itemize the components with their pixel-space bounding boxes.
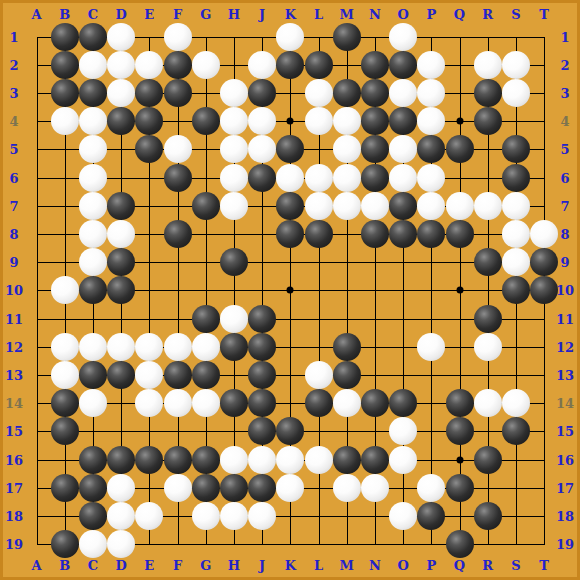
stone-white-l13[interactable] [305,361,333,389]
stone-black-q15[interactable] [446,417,474,445]
stone-white-b4[interactable] [51,107,79,135]
stone-white-d19[interactable] [107,530,135,558]
stone-white-e18[interactable] [135,502,163,530]
stone-white-d17[interactable] [107,474,135,502]
stone-white-m17[interactable] [333,474,361,502]
stone-black-n5[interactable] [361,135,389,163]
row-label-right-19: 19 [556,538,574,551]
stone-white-o3[interactable] [389,79,417,107]
stone-black-b1[interactable] [51,23,79,51]
stone-white-h4[interactable] [220,107,248,135]
col-label-top-N: N [369,8,381,21]
stone-black-g13[interactable] [192,361,220,389]
col-label-bottom-S: S [511,559,520,572]
row-label-right-14: 14 [556,397,574,410]
stone-black-c1[interactable] [79,23,107,51]
row-label-left-16: 16 [5,453,23,466]
stone-white-k16[interactable] [276,446,304,474]
go-board-screen: AA11BB22CC33DD44EE55FF66GG77HH88JJ99KK10… [0,0,580,580]
stone-black-k2[interactable] [276,51,304,79]
stone-white-s9[interactable] [502,248,530,276]
stone-white-c4[interactable] [79,107,107,135]
stone-black-l8[interactable] [305,220,333,248]
stone-white-h3[interactable] [220,79,248,107]
stone-black-q14[interactable] [446,389,474,417]
row-label-left-9: 9 [9,256,18,269]
stone-black-e16[interactable] [135,446,163,474]
stone-black-f16[interactable] [164,446,192,474]
hoshi-k10 [287,287,294,294]
row-label-left-2: 2 [9,58,18,71]
stone-black-h14[interactable] [220,389,248,417]
col-label-top-R: R [482,8,493,21]
stone-white-p2[interactable] [417,51,445,79]
stone-white-k6[interactable] [276,164,304,192]
stone-black-o2[interactable] [389,51,417,79]
row-label-right-1: 1 [560,30,569,43]
stone-black-r11[interactable] [474,305,502,333]
col-label-bottom-F: F [173,559,182,572]
stone-white-p4[interactable] [417,107,445,135]
stone-black-o7[interactable] [389,192,417,220]
stone-black-n3[interactable] [361,79,389,107]
stone-white-f12[interactable] [164,333,192,361]
row-label-left-11: 11 [5,312,23,325]
row-label-right-13: 13 [556,368,574,381]
stone-white-n7[interactable] [361,192,389,220]
stone-white-c6[interactable] [79,164,107,192]
stone-black-j14[interactable] [248,389,276,417]
stone-black-o14[interactable] [389,389,417,417]
stone-white-o6[interactable] [389,164,417,192]
stone-white-b10[interactable] [51,276,79,304]
stone-black-r4[interactable] [474,107,502,135]
row-label-left-12: 12 [5,340,23,353]
stone-black-d9[interactable] [107,248,135,276]
stone-black-p8[interactable] [417,220,445,248]
stone-white-j4[interactable] [248,107,276,135]
stone-black-k8[interactable] [276,220,304,248]
stone-black-c17[interactable] [79,474,107,502]
stone-black-m3[interactable] [333,79,361,107]
stone-white-d2[interactable] [107,51,135,79]
stone-white-e13[interactable] [135,361,163,389]
col-label-bottom-K: K [285,559,296,572]
stone-black-j12[interactable] [248,333,276,361]
col-label-top-K: K [285,8,296,21]
stone-black-f13[interactable] [164,361,192,389]
stone-black-p5[interactable] [417,135,445,163]
stone-white-h11[interactable] [220,305,248,333]
row-label-right-16: 16 [556,453,574,466]
col-label-top-G: G [200,8,211,21]
col-label-top-F: F [173,8,182,21]
stone-white-e14[interactable] [135,389,163,417]
col-label-bottom-E: E [144,559,154,572]
stone-black-d4[interactable] [107,107,135,135]
grid-hline-11 [37,319,546,320]
stone-white-m14[interactable] [333,389,361,417]
row-label-right-2: 2 [560,58,569,71]
stone-white-r7[interactable] [474,192,502,220]
stone-black-t10[interactable] [530,276,558,304]
stone-black-b14[interactable] [51,389,79,417]
stone-black-k5[interactable] [276,135,304,163]
stone-black-g4[interactable] [192,107,220,135]
stone-black-b17[interactable] [51,474,79,502]
stone-black-d7[interactable] [107,192,135,220]
stone-black-l2[interactable] [305,51,333,79]
stone-black-g7[interactable] [192,192,220,220]
stone-white-c19[interactable] [79,530,107,558]
col-label-bottom-A: A [31,559,41,572]
stone-black-c18[interactable] [79,502,107,530]
stone-black-k15[interactable] [276,417,304,445]
col-label-top-P: P [426,8,436,21]
stone-white-f5[interactable] [164,135,192,163]
row-label-left-7: 7 [9,199,18,212]
col-label-bottom-L: L [314,559,323,572]
stone-white-h6[interactable] [220,164,248,192]
stone-black-s6[interactable] [502,164,530,192]
stone-white-s7[interactable] [502,192,530,220]
stone-black-g16[interactable] [192,446,220,474]
stone-black-p18[interactable] [417,502,445,530]
stone-white-r12[interactable] [474,333,502,361]
col-label-bottom-M: M [339,559,353,572]
col-label-top-Q: Q [454,8,465,21]
stone-white-d12[interactable] [107,333,135,361]
col-label-bottom-J: J [259,559,265,572]
stone-white-f1[interactable] [164,23,192,51]
row-label-left-14: 14 [5,397,23,410]
stone-black-r16[interactable] [474,446,502,474]
stone-black-e5[interactable] [135,135,163,163]
stone-white-c2[interactable] [79,51,107,79]
stone-black-b19[interactable] [51,530,79,558]
stone-white-h18[interactable] [220,502,248,530]
stone-white-p3[interactable] [417,79,445,107]
row-label-left-8: 8 [9,227,18,240]
stone-white-r2[interactable] [474,51,502,79]
stone-white-g12[interactable] [192,333,220,361]
stone-black-h17[interactable] [220,474,248,502]
stone-white-c5[interactable] [79,135,107,163]
stone-black-s5[interactable] [502,135,530,163]
row-label-right-8: 8 [560,227,569,240]
stone-white-g14[interactable] [192,389,220,417]
col-label-top-D: D [115,8,126,21]
stone-black-r3[interactable] [474,79,502,107]
stone-black-h9[interactable] [220,248,248,276]
stone-white-c12[interactable] [79,333,107,361]
stone-black-s10[interactable] [502,276,530,304]
stone-white-o18[interactable] [389,502,417,530]
stone-black-m13[interactable] [333,361,361,389]
col-label-top-E: E [144,8,154,21]
row-label-right-18: 18 [556,509,574,522]
stone-black-c13[interactable] [79,361,107,389]
stone-white-d18[interactable] [107,502,135,530]
stone-white-j2[interactable] [248,51,276,79]
hoshi-q16 [456,456,463,463]
row-label-left-5: 5 [9,143,18,156]
hoshi-q4 [456,118,463,125]
col-label-top-L: L [314,8,323,21]
stone-white-h5[interactable] [220,135,248,163]
row-label-left-13: 13 [5,368,23,381]
stone-black-j3[interactable] [248,79,276,107]
col-label-bottom-P: P [426,559,436,572]
stone-white-g2[interactable] [192,51,220,79]
col-label-bottom-N: N [369,559,381,572]
col-label-top-M: M [339,8,353,21]
stone-black-j17[interactable] [248,474,276,502]
stone-black-r18[interactable] [474,502,502,530]
stone-white-h16[interactable] [220,446,248,474]
row-label-left-1: 1 [9,30,18,43]
stone-white-c9[interactable] [79,248,107,276]
stone-white-m6[interactable] [333,164,361,192]
stone-black-t9[interactable] [530,248,558,276]
row-label-right-11: 11 [556,312,574,325]
stone-white-l7[interactable] [305,192,333,220]
stone-white-e2[interactable] [135,51,163,79]
stone-black-q8[interactable] [446,220,474,248]
stone-black-c16[interactable] [79,446,107,474]
stone-black-d10[interactable] [107,276,135,304]
stone-black-d16[interactable] [107,446,135,474]
col-label-top-T: T [539,8,549,21]
stone-black-e3[interactable] [135,79,163,107]
stone-white-p12[interactable] [417,333,445,361]
stone-white-l4[interactable] [305,107,333,135]
stone-black-s15[interactable] [502,417,530,445]
stone-black-q5[interactable] [446,135,474,163]
stone-black-g11[interactable] [192,305,220,333]
stone-white-d3[interactable] [107,79,135,107]
stone-black-o8[interactable] [389,220,417,248]
stone-black-k7[interactable] [276,192,304,220]
col-label-bottom-C: C [88,559,98,572]
stone-black-m1[interactable] [333,23,361,51]
col-label-bottom-D: D [115,559,126,572]
stone-white-s2[interactable] [502,51,530,79]
stone-white-o15[interactable] [389,417,417,445]
col-label-top-B: B [59,8,70,21]
col-label-bottom-T: T [539,559,549,572]
row-label-left-18: 18 [5,509,23,522]
stone-white-d8[interactable] [107,220,135,248]
stone-white-r14[interactable] [474,389,502,417]
stone-black-b3[interactable] [51,79,79,107]
stone-white-q7[interactable] [446,192,474,220]
row-label-left-4: 4 [9,115,18,128]
stone-white-k1[interactable] [276,23,304,51]
stone-black-n4[interactable] [361,107,389,135]
row-label-right-9: 9 [560,256,569,269]
stone-black-n6[interactable] [361,164,389,192]
stone-white-o16[interactable] [389,446,417,474]
col-label-bottom-O: O [397,559,408,572]
stone-black-f6[interactable] [164,164,192,192]
hoshi-k4 [287,118,294,125]
stone-white-p17[interactable] [417,474,445,502]
col-label-bottom-H: H [228,559,240,572]
row-label-right-5: 5 [560,143,569,156]
stone-white-l3[interactable] [305,79,333,107]
stone-white-c7[interactable] [79,192,107,220]
row-label-left-10: 10 [5,284,23,297]
row-label-left-6: 6 [9,171,18,184]
row-label-left-17: 17 [5,481,23,494]
stone-black-c3[interactable] [79,79,107,107]
col-label-top-O: O [397,8,408,21]
row-label-right-6: 6 [560,171,569,184]
stone-white-o1[interactable] [389,23,417,51]
row-label-right-15: 15 [556,425,574,438]
stone-black-n2[interactable] [361,51,389,79]
col-label-bottom-B: B [59,559,70,572]
stone-white-c8[interactable] [79,220,107,248]
stone-white-s14[interactable] [502,389,530,417]
stone-white-g18[interactable] [192,502,220,530]
stone-white-e12[interactable] [135,333,163,361]
stone-white-o5[interactable] [389,135,417,163]
stone-black-n8[interactable] [361,220,389,248]
stone-white-c14[interactable] [79,389,107,417]
row-label-right-7: 7 [560,199,569,212]
stone-white-m4[interactable] [333,107,361,135]
stone-black-j6[interactable] [248,164,276,192]
stone-white-j16[interactable] [248,446,276,474]
col-label-bottom-R: R [482,559,493,572]
stone-white-l16[interactable] [305,446,333,474]
stone-white-s3[interactable] [502,79,530,107]
stone-black-j13[interactable] [248,361,276,389]
stone-white-l6[interactable] [305,164,333,192]
stone-black-o4[interactable] [389,107,417,135]
stone-black-j11[interactable] [248,305,276,333]
row-label-right-4: 4 [560,115,569,128]
stone-white-k17[interactable] [276,474,304,502]
col-label-top-C: C [88,8,98,21]
stone-white-m7[interactable] [333,192,361,220]
stone-white-b12[interactable] [51,333,79,361]
row-label-right-3: 3 [560,86,569,99]
stone-black-l14[interactable] [305,389,333,417]
hoshi-q10 [456,287,463,294]
col-label-top-H: H [228,8,240,21]
col-label-top-J: J [259,8,265,21]
stone-white-h7[interactable] [220,192,248,220]
stone-black-n16[interactable] [361,446,389,474]
stone-white-t8[interactable] [530,220,558,248]
row-label-left-15: 15 [5,425,23,438]
stone-white-j18[interactable] [248,502,276,530]
col-label-bottom-Q: Q [454,559,465,572]
col-label-top-S: S [511,8,520,21]
stone-black-e4[interactable] [135,107,163,135]
stone-white-p6[interactable] [417,164,445,192]
stone-black-f8[interactable] [164,220,192,248]
stone-white-b13[interactable] [51,361,79,389]
col-label-top-A: A [31,8,41,21]
stone-black-m12[interactable] [333,333,361,361]
stone-black-q19[interactable] [446,530,474,558]
stone-black-h12[interactable] [220,333,248,361]
col-label-bottom-G: G [200,559,211,572]
row-label-left-3: 3 [9,86,18,99]
stone-black-g17[interactable] [192,474,220,502]
stone-black-b15[interactable] [51,417,79,445]
row-label-right-12: 12 [556,340,574,353]
stone-black-f2[interactable] [164,51,192,79]
stone-black-d13[interactable] [107,361,135,389]
stone-black-r9[interactable] [474,248,502,276]
stone-white-m5[interactable] [333,135,361,163]
row-label-right-17: 17 [556,481,574,494]
stone-black-q17[interactable] [446,474,474,502]
stone-white-n17[interactable] [361,474,389,502]
stone-black-m16[interactable] [333,446,361,474]
stone-black-f3[interactable] [164,79,192,107]
stone-white-f14[interactable] [164,389,192,417]
stone-white-p7[interactable] [417,192,445,220]
stone-white-f17[interactable] [164,474,192,502]
stone-black-b2[interactable] [51,51,79,79]
row-label-left-19: 19 [5,538,23,551]
stone-white-d1[interactable] [107,23,135,51]
stone-white-s8[interactable] [502,220,530,248]
stone-black-n14[interactable] [361,389,389,417]
stone-black-c10[interactable] [79,276,107,304]
stone-black-j15[interactable] [248,417,276,445]
row-label-right-10: 10 [556,284,574,297]
stone-white-j5[interactable] [248,135,276,163]
